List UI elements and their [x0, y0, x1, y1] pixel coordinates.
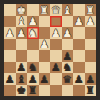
square-b1[interactable] [73, 4, 85, 16]
square-f3-lastmove-highlight[interactable]: ♞ [27, 27, 39, 39]
square-h8[interactable] [4, 85, 16, 97]
square-g3[interactable]: ♟ [16, 27, 28, 39]
square-a5[interactable] [85, 50, 97, 62]
square-e2[interactable] [39, 16, 51, 28]
square-h5[interactable] [4, 50, 16, 62]
square-c3[interactable]: ♟ [62, 27, 74, 39]
square-b7[interactable]: ♟ [73, 73, 85, 85]
square-a4[interactable] [85, 39, 97, 51]
square-d7[interactable] [50, 73, 62, 85]
square-e6[interactable] [39, 62, 51, 74]
square-e4[interactable]: ♟ [39, 39, 51, 51]
white-pawn-on-d3: ♟ [51, 27, 60, 38]
white-pawn-on-b2: ♟ [74, 16, 83, 27]
square-c1[interactable]: ♝ [62, 4, 74, 16]
square-g5[interactable] [16, 50, 28, 62]
square-f1[interactable] [27, 4, 39, 16]
square-c5[interactable]: ♟ [62, 50, 74, 62]
square-e5[interactable] [39, 50, 51, 62]
black-pawn-on-g6: ♟ [17, 62, 26, 73]
square-g6[interactable]: ♟ [16, 62, 28, 74]
square-a6[interactable] [85, 62, 97, 74]
square-h6[interactable] [4, 62, 16, 74]
square-c6[interactable]: ♞ [62, 62, 74, 74]
black-knight-on-c6: ♞ [63, 62, 72, 73]
square-a1[interactable]: ♜ [85, 4, 97, 16]
white-knight-on-f3: ♞ [28, 27, 37, 38]
square-h2[interactable] [4, 16, 16, 28]
square-g4[interactable] [16, 39, 28, 51]
square-c2[interactable] [62, 16, 74, 28]
square-e8[interactable] [39, 85, 51, 97]
square-a2[interactable]: ♟ [85, 16, 97, 28]
square-d1[interactable]: ♛ [50, 4, 62, 16]
square-h7[interactable]: ♟ [4, 73, 16, 85]
white-bishop-on-g2: ♝ [17, 16, 26, 27]
white-pawn-on-g3: ♟ [17, 27, 26, 38]
square-a3[interactable] [85, 27, 97, 39]
square-d5[interactable] [50, 50, 62, 62]
white-pawn-on-h3: ♟ [5, 27, 14, 38]
black-queen-on-c7: ♛ [63, 73, 72, 84]
square-c8[interactable] [62, 85, 74, 97]
white-pawn-on-f2: ♟ [28, 16, 37, 27]
square-f2[interactable]: ♟ [27, 16, 39, 28]
black-pawn-on-b7: ♟ [74, 73, 83, 84]
square-a7[interactable]: ♟ [85, 73, 97, 85]
black-pawn-on-d6: ♟ [51, 62, 60, 73]
white-rook-on-a1: ♜ [86, 4, 95, 15]
square-g2[interactable]: ♝ [16, 16, 28, 28]
square-b6[interactable] [73, 62, 85, 74]
square-h1[interactable] [4, 4, 16, 16]
white-bishop-on-c1: ♝ [63, 4, 72, 15]
square-a8[interactable]: ♜ [85, 85, 97, 97]
chess-board[interactable]: ♚♜♛♝♜♝♟♟♟♟♟♞♟♟♟♟♟♞♟♞♟♝♟♟♛♟♟♚♜♜ [4, 4, 96, 96]
square-d2-lastmove-highlight[interactable] [50, 16, 62, 28]
square-b8[interactable] [73, 85, 85, 97]
square-b2[interactable]: ♟ [73, 16, 85, 28]
white-pawn-on-e4: ♟ [40, 39, 49, 50]
square-d4[interactable] [50, 39, 62, 51]
white-rook-on-e1: ♜ [40, 4, 49, 15]
black-pawn-on-a7: ♟ [86, 73, 95, 84]
black-pawn-on-h7: ♟ [5, 73, 14, 84]
square-e7[interactable]: ♟ [39, 73, 51, 85]
square-g8[interactable]: ♚ [16, 85, 28, 97]
black-pawn-on-e7: ♟ [40, 73, 49, 84]
square-b4[interactable] [73, 39, 85, 51]
square-e3[interactable] [39, 27, 51, 39]
square-c7[interactable]: ♛ [62, 73, 74, 85]
square-d3[interactable]: ♟ [50, 27, 62, 39]
black-king-on-g8: ♚ [17, 85, 26, 96]
square-f8[interactable]: ♜ [27, 85, 39, 97]
black-bishop-on-g7: ♝ [17, 73, 26, 84]
square-c4[interactable] [62, 39, 74, 51]
square-g7[interactable]: ♝ [16, 73, 28, 85]
black-pawn-on-f7: ♟ [28, 73, 37, 84]
square-f5[interactable] [27, 50, 39, 62]
square-b5[interactable] [73, 50, 85, 62]
square-e1[interactable]: ♜ [39, 4, 51, 16]
square-h3[interactable]: ♟ [4, 27, 16, 39]
white-king-on-g1: ♚ [17, 4, 26, 15]
white-pawn-on-c3: ♟ [63, 27, 72, 38]
white-pawn-on-a2: ♟ [86, 16, 95, 27]
square-h4[interactable] [4, 39, 16, 51]
black-knight-on-f6: ♞ [28, 62, 37, 73]
black-rook-on-f8: ♜ [28, 85, 37, 96]
black-rook-on-a8: ♜ [86, 85, 95, 96]
square-g1[interactable]: ♚ [16, 4, 28, 16]
square-f4[interactable] [27, 39, 39, 51]
chess-app-window: ♚♜♛♝♜♝♟♟♟♟♟♞♟♟♟♟♟♞♟♞♟♝♟♟♛♟♟♚♜♜ [0, 0, 100, 100]
square-f6[interactable]: ♞ [27, 62, 39, 74]
white-queen-on-d1: ♛ [51, 4, 60, 15]
square-d8[interactable] [50, 85, 62, 97]
black-pawn-on-c5: ♟ [63, 50, 72, 61]
square-b3[interactable] [73, 27, 85, 39]
square-f7[interactable]: ♟ [27, 73, 39, 85]
square-d6[interactable]: ♟ [50, 62, 62, 74]
